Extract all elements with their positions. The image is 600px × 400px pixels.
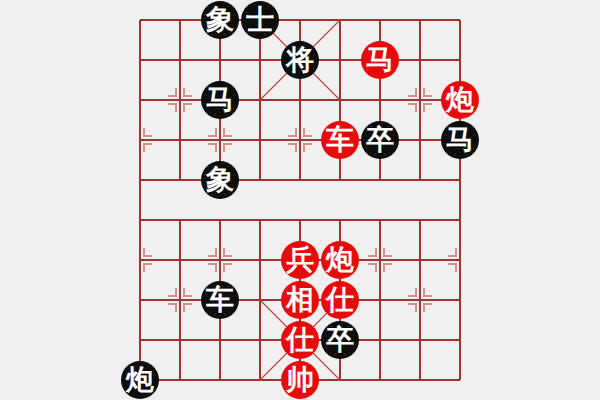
piece-black-advisor[interactable]: 士 (241, 1, 279, 39)
piece-red-advisor[interactable]: 仕 (281, 321, 319, 359)
piece-red-horse[interactable]: 马 (361, 41, 399, 79)
piece-black-horse[interactable]: 马 (201, 81, 239, 119)
xiangqi-board: 象士将马马炮车卒马象兵炮车相仕仕卒炮帅 (0, 0, 600, 400)
piece-red-cannon[interactable]: 炮 (321, 241, 359, 279)
piece-red-king[interactable]: 帅 (281, 361, 319, 399)
piece-red-elephant[interactable]: 相 (281, 281, 319, 319)
piece-red-chariot[interactable]: 车 (321, 121, 359, 159)
piece-black-elephant[interactable]: 象 (201, 1, 239, 39)
piece-black-general[interactable]: 将 (281, 41, 319, 79)
piece-black-soldier[interactable]: 卒 (361, 121, 399, 159)
piece-black-soldier[interactable]: 卒 (321, 321, 359, 359)
piece-red-cannon[interactable]: 炮 (441, 81, 479, 119)
piece-black-elephant[interactable]: 象 (201, 161, 239, 199)
piece-red-soldier[interactable]: 兵 (281, 241, 319, 279)
piece-black-horse[interactable]: 马 (441, 121, 479, 159)
piece-grid[interactable]: 象士将马马炮车卒马象兵炮车相仕仕卒炮帅 (120, 0, 480, 400)
piece-black-cannon[interactable]: 炮 (121, 361, 159, 399)
piece-black-chariot[interactable]: 车 (201, 281, 239, 319)
piece-red-advisor[interactable]: 仕 (321, 281, 359, 319)
